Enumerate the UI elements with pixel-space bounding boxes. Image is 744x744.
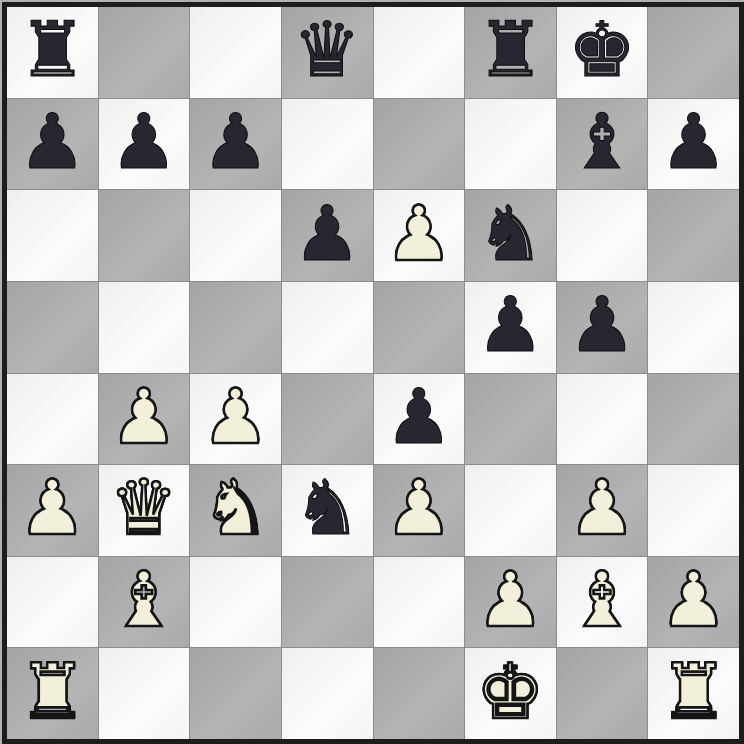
square-d4[interactable]	[282, 374, 373, 465]
white-pawn[interactable]: ♟	[201, 379, 269, 455]
square-a5[interactable]	[7, 282, 98, 373]
square-b7[interactable]: ♟	[99, 99, 190, 190]
square-a8[interactable]: ♜	[7, 7, 98, 98]
square-e4[interactable]: ♟	[374, 374, 465, 465]
white-knight[interactable]: ♞	[201, 470, 269, 546]
square-e7[interactable]	[374, 99, 465, 190]
square-d7[interactable]	[282, 99, 373, 190]
square-b8[interactable]	[99, 7, 190, 98]
white-pawn[interactable]: ♟	[568, 470, 636, 546]
square-e2[interactable]	[374, 557, 465, 648]
square-e6[interactable]: ♟	[374, 190, 465, 281]
square-a3[interactable]: ♟	[7, 465, 98, 556]
white-king[interactable]: ♚	[476, 654, 544, 730]
square-b3[interactable]: ♛	[99, 465, 190, 556]
board-frame: ♜♛♜♚♟♟♟♝♟♟♟♞♟♟♟♟♟♟♛♞♞♟♟♝♟♝♟♜♚♜	[0, 0, 744, 744]
square-a7[interactable]: ♟	[7, 99, 98, 190]
square-e5[interactable]	[374, 282, 465, 373]
black-rook[interactable]: ♜	[18, 12, 86, 88]
white-pawn[interactable]: ♟	[660, 562, 728, 638]
white-pawn[interactable]: ♟	[476, 562, 544, 638]
square-g5[interactable]: ♟	[557, 282, 648, 373]
square-h2[interactable]: ♟	[648, 557, 739, 648]
square-d3[interactable]: ♞	[282, 465, 373, 556]
square-f1[interactable]: ♚	[465, 648, 556, 739]
square-c8[interactable]	[190, 7, 281, 98]
square-c5[interactable]	[190, 282, 281, 373]
black-pawn[interactable]: ♟	[201, 104, 269, 180]
white-pawn[interactable]: ♟	[385, 196, 453, 272]
square-f3[interactable]	[465, 465, 556, 556]
square-g4[interactable]	[557, 374, 648, 465]
square-d8[interactable]: ♛	[282, 7, 373, 98]
white-bishop[interactable]: ♝	[568, 562, 636, 638]
square-c7[interactable]: ♟	[190, 99, 281, 190]
chess-board: ♜♛♜♚♟♟♟♝♟♟♟♞♟♟♟♟♟♟♛♞♞♟♟♝♟♝♟♜♚♜	[7, 7, 739, 739]
black-pawn[interactable]: ♟	[18, 104, 86, 180]
black-knight[interactable]: ♞	[476, 196, 544, 272]
square-g6[interactable]	[557, 190, 648, 281]
square-h5[interactable]	[648, 282, 739, 373]
square-a6[interactable]	[7, 190, 98, 281]
square-d6[interactable]: ♟	[282, 190, 373, 281]
white-bishop[interactable]: ♝	[110, 562, 178, 638]
black-pawn[interactable]: ♟	[568, 287, 636, 363]
square-b5[interactable]	[99, 282, 190, 373]
black-pawn[interactable]: ♟	[293, 196, 361, 272]
square-c1[interactable]	[190, 648, 281, 739]
black-pawn[interactable]: ♟	[385, 379, 453, 455]
square-h4[interactable]	[648, 374, 739, 465]
white-pawn[interactable]: ♟	[385, 470, 453, 546]
square-a4[interactable]	[7, 374, 98, 465]
square-b1[interactable]	[99, 648, 190, 739]
square-f2[interactable]: ♟	[465, 557, 556, 648]
white-queen[interactable]: ♛	[110, 470, 178, 546]
black-pawn[interactable]: ♟	[110, 104, 178, 180]
black-knight[interactable]: ♞	[293, 470, 361, 546]
white-pawn[interactable]: ♟	[18, 470, 86, 546]
square-c6[interactable]	[190, 190, 281, 281]
square-b2[interactable]: ♝	[99, 557, 190, 648]
square-f6[interactable]: ♞	[465, 190, 556, 281]
white-rook[interactable]: ♜	[18, 654, 86, 730]
square-g1[interactable]	[557, 648, 648, 739]
black-queen[interactable]: ♛	[293, 12, 361, 88]
square-f5[interactable]: ♟	[465, 282, 556, 373]
square-h3[interactable]	[648, 465, 739, 556]
square-f7[interactable]	[465, 99, 556, 190]
square-b6[interactable]	[99, 190, 190, 281]
square-b4[interactable]: ♟	[99, 374, 190, 465]
white-rook[interactable]: ♜	[660, 654, 728, 730]
square-e8[interactable]	[374, 7, 465, 98]
square-e1[interactable]	[374, 648, 465, 739]
square-f8[interactable]: ♜	[465, 7, 556, 98]
square-d2[interactable]	[282, 557, 373, 648]
square-e3[interactable]: ♟	[374, 465, 465, 556]
square-a1[interactable]: ♜	[7, 648, 98, 739]
square-c3[interactable]: ♞	[190, 465, 281, 556]
square-h6[interactable]	[648, 190, 739, 281]
square-c4[interactable]: ♟	[190, 374, 281, 465]
black-pawn[interactable]: ♟	[476, 287, 544, 363]
square-h8[interactable]	[648, 7, 739, 98]
square-g7[interactable]: ♝	[557, 99, 648, 190]
square-g3[interactable]: ♟	[557, 465, 648, 556]
square-a2[interactable]	[7, 557, 98, 648]
square-g2[interactable]: ♝	[557, 557, 648, 648]
square-d1[interactable]	[282, 648, 373, 739]
black-king[interactable]: ♚	[568, 12, 636, 88]
square-c2[interactable]	[190, 557, 281, 648]
square-h1[interactable]: ♜	[648, 648, 739, 739]
black-rook[interactable]: ♜	[476, 12, 544, 88]
black-pawn[interactable]: ♟	[660, 104, 728, 180]
square-g8[interactable]: ♚	[557, 7, 648, 98]
square-f4[interactable]	[465, 374, 556, 465]
square-d5[interactable]	[282, 282, 373, 373]
black-bishop[interactable]: ♝	[568, 104, 636, 180]
white-pawn[interactable]: ♟	[110, 379, 178, 455]
square-h7[interactable]: ♟	[648, 99, 739, 190]
